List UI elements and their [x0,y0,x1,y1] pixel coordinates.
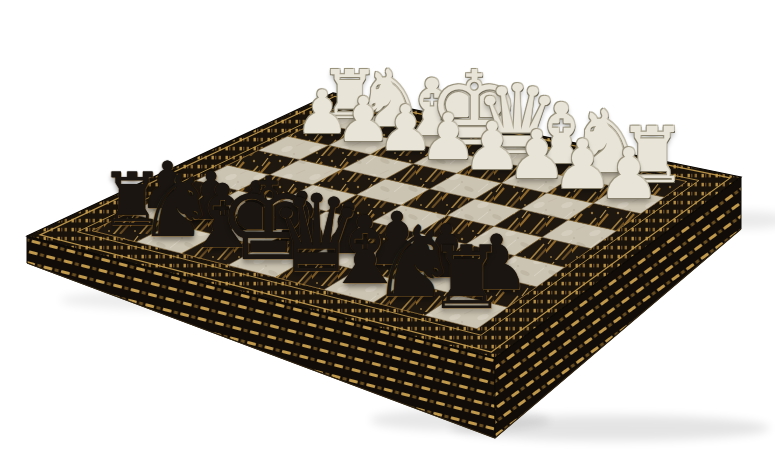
chess-set-photo: ♜♞♟♝♟♚♟♛♟♝♟♞♟♜♟♟♟♟♜♟♞♟♝♟♚♟♛♟♝♟♞♜ [0,0,775,474]
piece-white-pawn-a2[interactable]: ♟ [598,139,661,209]
piece-black-rook-a8[interactable]: ♜ [428,236,506,323]
